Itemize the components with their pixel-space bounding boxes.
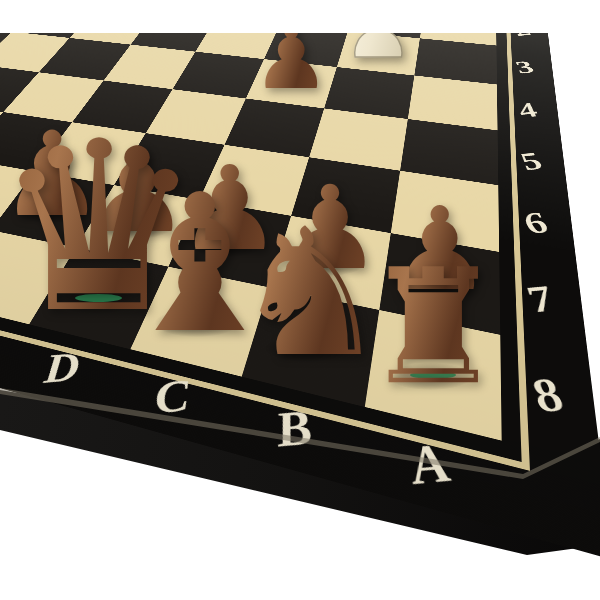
rank-labels: 12345678 bbox=[496, 33, 600, 465]
photo-area: HGFEDCBA 12345678 ♛♝♞♜♟♟♟♟♟♟♟ bbox=[0, 33, 600, 560]
file-label-D: D bbox=[0, 330, 120, 407]
rank-label-3: 3 bbox=[484, 46, 569, 91]
rank-label-5: 5 bbox=[482, 131, 584, 194]
rank-label-6: 6 bbox=[482, 187, 595, 263]
file-label-C: C bbox=[110, 356, 238, 439]
file-label-B: B bbox=[224, 385, 369, 476]
chessboard-product-photo: HGFEDCBA 12345678 ♛♝♞♜♟♟♟♟♟♟♟ bbox=[0, 0, 600, 600]
rank-label-4: 4 bbox=[483, 85, 576, 137]
